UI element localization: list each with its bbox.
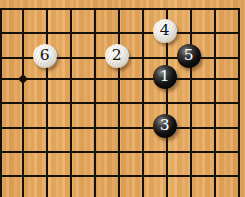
stone-white-6-L17: 6	[33, 44, 57, 68]
go-diagram: 123456	[0, 0, 245, 197]
stone-black-1-Q16: 1	[153, 65, 177, 89]
grid-line-vertical-6	[142, 8, 144, 197]
grid-line-vertical-9	[214, 8, 216, 197]
star-point-K16	[18, 74, 28, 84]
move-number-label: 6	[40, 47, 50, 63]
move-number-label: 4	[160, 23, 170, 39]
stone-white-2-O17: 2	[105, 44, 129, 68]
grid-line-vertical-2	[46, 8, 48, 197]
grid-line-horizontal-5	[0, 127, 240, 129]
grid-line-horizontal-3	[0, 78, 240, 80]
go-board[interactable]: 123456	[0, 0, 245, 197]
grid-line-horizontal-1	[0, 32, 240, 34]
stone-black-3-Q14: 3	[153, 114, 177, 138]
move-number-label: 2	[112, 47, 122, 63]
grid-line-horizontal-7	[0, 175, 240, 177]
grid-line-vertical-8	[190, 8, 192, 197]
grid-line-vertical-5	[118, 8, 120, 197]
grid-line-vertical-1	[22, 8, 24, 197]
grid-line-horizontal-6	[0, 151, 240, 153]
stone-white-4-Q18: 4	[153, 19, 177, 43]
grid-line-horizontal-0	[0, 8, 240, 10]
move-number-label: 5	[184, 47, 194, 63]
stone-black-5-R17: 5	[177, 44, 201, 68]
grid-line-vertical-10	[238, 8, 240, 197]
grid-line-vertical-0	[0, 8, 2, 197]
grid-line-horizontal-4	[0, 102, 240, 104]
grid-line-vertical-4	[94, 8, 96, 197]
move-number-label: 3	[160, 117, 170, 133]
grid-line-vertical-3	[70, 8, 72, 197]
move-number-label: 1	[160, 68, 170, 84]
